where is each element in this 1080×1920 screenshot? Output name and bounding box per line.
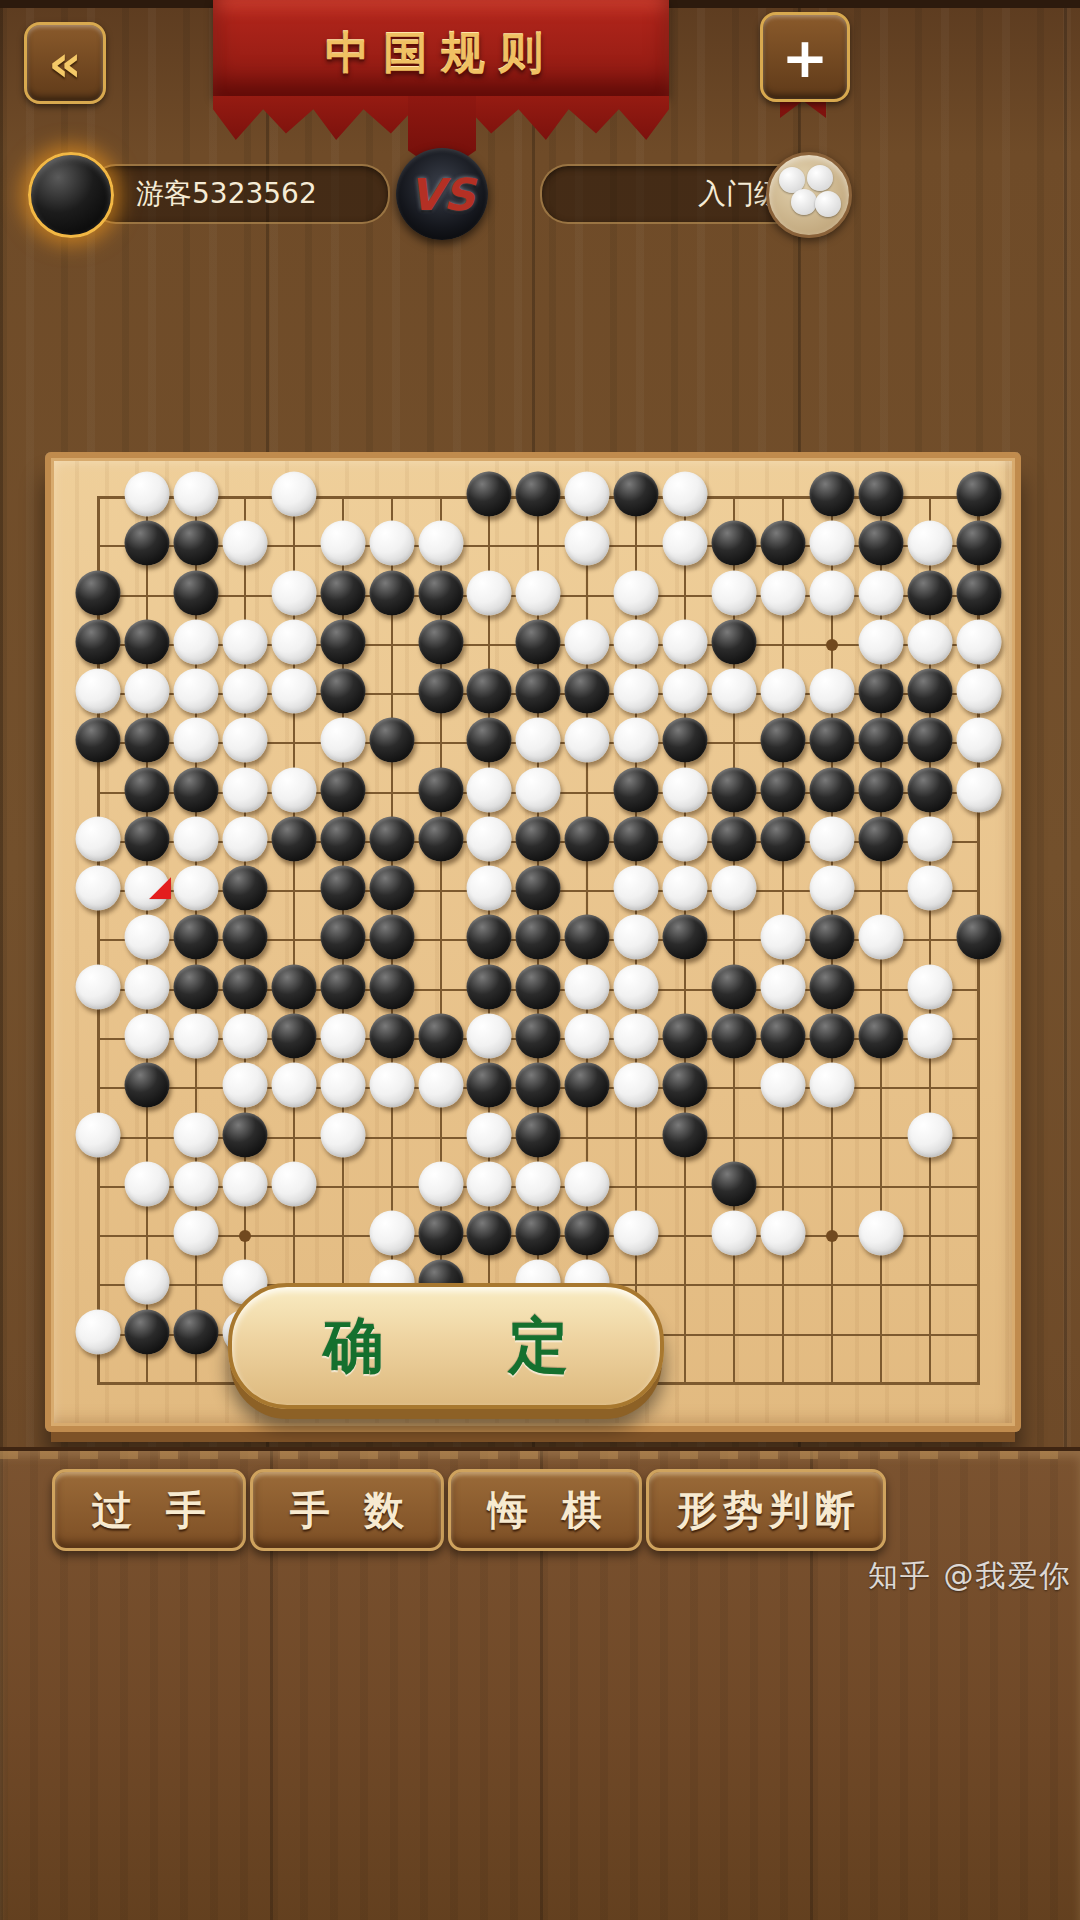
stone-black[interactable] [222, 1112, 267, 1157]
stone-white[interactable] [76, 964, 121, 1009]
stone-white[interactable] [565, 964, 610, 1009]
stone-white[interactable] [761, 915, 806, 960]
stone-black[interactable] [516, 1063, 561, 1108]
stone-white[interactable] [467, 767, 512, 812]
stone-black[interactable] [516, 619, 561, 664]
stone-white[interactable] [271, 472, 316, 517]
stone-black[interactable] [369, 816, 414, 861]
stone-white[interactable] [222, 619, 267, 664]
stone-black[interactable] [467, 1211, 512, 1256]
stone-black[interactable] [516, 1112, 561, 1157]
stone-black[interactable] [222, 915, 267, 960]
stone-white[interactable] [565, 521, 610, 566]
stone-black[interactable] [761, 1013, 806, 1058]
stone-white[interactable] [907, 1112, 952, 1157]
stone-white[interactable] [369, 1211, 414, 1256]
stone-black[interactable] [173, 767, 218, 812]
stone-white[interactable] [271, 669, 316, 714]
stone-black[interactable] [271, 964, 316, 1009]
white-pebble [807, 165, 833, 191]
stone-black[interactable] [565, 816, 610, 861]
stone-white[interactable] [712, 866, 757, 911]
stone-black[interactable] [907, 718, 952, 763]
stone-white[interactable] [614, 1013, 659, 1058]
plus-icon: + [782, 25, 829, 90]
stone-black[interactable] [712, 1013, 757, 1058]
stone-white[interactable] [516, 1161, 561, 1206]
stone-white[interactable] [956, 619, 1001, 664]
stone-black[interactable] [418, 619, 463, 664]
stone-black[interactable] [124, 767, 169, 812]
add-button[interactable]: + [760, 12, 850, 102]
stone-white[interactable] [809, 570, 854, 615]
stone-white[interactable] [858, 570, 903, 615]
stone-white[interactable] [614, 1211, 659, 1256]
stone-black[interactable] [858, 718, 903, 763]
stone-white[interactable] [271, 570, 316, 615]
stone-black[interactable] [614, 816, 659, 861]
stone-white[interactable] [809, 1063, 854, 1108]
stone-white[interactable] [222, 1161, 267, 1206]
stone-white[interactable] [271, 1161, 316, 1206]
vs-label: VS [409, 169, 475, 220]
stone-white[interactable] [614, 964, 659, 1009]
stone-black[interactable] [516, 964, 561, 1009]
stone-white[interactable] [222, 1063, 267, 1108]
stone-black[interactable] [809, 472, 854, 517]
stone-white[interactable] [565, 619, 610, 664]
stone-white[interactable] [271, 767, 316, 812]
stone-black[interactable] [222, 964, 267, 1009]
stone-black[interactable] [76, 619, 121, 664]
stone-white[interactable] [663, 669, 708, 714]
stone-white[interactable] [565, 718, 610, 763]
stone-black[interactable] [516, 915, 561, 960]
stone-white[interactable] [173, 669, 218, 714]
stone-black[interactable] [124, 1063, 169, 1108]
stone-white[interactable] [76, 1112, 121, 1157]
stone-black[interactable] [320, 767, 365, 812]
stone-black[interactable] [369, 866, 414, 911]
stone-black[interactable] [320, 669, 365, 714]
back-button[interactable]: « [24, 22, 106, 104]
stone-black[interactable] [712, 767, 757, 812]
position-judge-label: 形势判断 [671, 1483, 861, 1538]
undo-label: 悔棋 [454, 1483, 636, 1538]
stone-white[interactable] [809, 521, 854, 566]
stone-white[interactable] [369, 521, 414, 566]
stone-white[interactable] [809, 816, 854, 861]
star-point [239, 1230, 251, 1242]
stone-black[interactable] [124, 718, 169, 763]
stone-black[interactable] [173, 521, 218, 566]
stone-white[interactable] [858, 1211, 903, 1256]
stone-black[interactable] [320, 964, 365, 1009]
stone-black[interactable] [418, 669, 463, 714]
stone-white[interactable] [663, 619, 708, 664]
stone-black[interactable] [418, 767, 463, 812]
stone-black[interactable] [858, 1013, 903, 1058]
stone-black[interactable] [565, 1211, 610, 1256]
stone-white[interactable] [173, 472, 218, 517]
stone-white[interactable] [222, 767, 267, 812]
stone-black[interactable] [418, 570, 463, 615]
stone-black[interactable] [467, 718, 512, 763]
stone-black[interactable] [858, 472, 903, 517]
stone-white[interactable] [712, 570, 757, 615]
stone-white[interactable] [173, 1112, 218, 1157]
stone-black[interactable] [467, 669, 512, 714]
stone-white[interactable] [956, 718, 1001, 763]
stone-white[interactable] [907, 816, 952, 861]
stone-black[interactable] [467, 472, 512, 517]
stone-black[interactable] [124, 619, 169, 664]
stone-white[interactable] [173, 1211, 218, 1256]
stone-black[interactable] [516, 816, 561, 861]
stone-black[interactable] [565, 1063, 610, 1108]
stone-black[interactable] [320, 816, 365, 861]
stone-black[interactable] [173, 915, 218, 960]
stone-white[interactable] [418, 1063, 463, 1108]
stone-white[interactable] [565, 472, 610, 517]
stone-white[interactable] [809, 866, 854, 911]
stone-black[interactable] [663, 1112, 708, 1157]
stone-black[interactable] [761, 521, 806, 566]
stone-white[interactable] [614, 1063, 659, 1108]
stone-white[interactable] [565, 1161, 610, 1206]
stone-black[interactable] [858, 767, 903, 812]
stone-black[interactable] [173, 964, 218, 1009]
stone-white[interactable] [761, 669, 806, 714]
bottom-toolbar: 过手 手数 悔棋 形势判断 [0, 1447, 1080, 1920]
stone-black[interactable] [173, 1309, 218, 1354]
stone-black[interactable] [809, 1013, 854, 1058]
stone-white[interactable] [222, 718, 267, 763]
position-judge-button[interactable]: 形势判断 [646, 1469, 886, 1551]
stone-white[interactable] [907, 619, 952, 664]
stone-white[interactable] [663, 866, 708, 911]
stone-white[interactable] [712, 1211, 757, 1256]
stone-white[interactable] [320, 1063, 365, 1108]
stone-white[interactable] [467, 816, 512, 861]
stone-white[interactable] [614, 669, 659, 714]
stone-white[interactable] [712, 669, 757, 714]
stone-black[interactable] [712, 619, 757, 664]
stone-black[interactable] [809, 915, 854, 960]
stone-white[interactable] [614, 619, 659, 664]
stone-white[interactable] [173, 1161, 218, 1206]
stone-black[interactable] [565, 669, 610, 714]
confirm-label: 确 定 [272, 1306, 621, 1387]
stone-white[interactable] [222, 669, 267, 714]
stone-white[interactable] [663, 521, 708, 566]
stone-black[interactable] [663, 718, 708, 763]
stone-black[interactable] [418, 816, 463, 861]
stone-black[interactable] [907, 669, 952, 714]
stone-white[interactable] [663, 472, 708, 517]
stone-white[interactable] [271, 619, 316, 664]
stone-white[interactable] [809, 669, 854, 714]
stone-white[interactable] [516, 767, 561, 812]
stone-white[interactable] [858, 915, 903, 960]
stone-black[interactable] [712, 1161, 757, 1206]
stone-white[interactable] [124, 1161, 169, 1206]
stone-black[interactable] [712, 964, 757, 1009]
stone-white[interactable] [76, 669, 121, 714]
stone-white[interactable] [320, 1013, 365, 1058]
stone-black[interactable] [418, 1211, 463, 1256]
stone-white[interactable] [907, 1013, 952, 1058]
stone-white[interactable] [173, 718, 218, 763]
white-pebble [791, 189, 817, 215]
pass-button[interactable]: 过手 [52, 1469, 246, 1551]
stone-white[interactable] [173, 866, 218, 911]
stone-white[interactable] [467, 1013, 512, 1058]
stone-black[interactable] [565, 915, 610, 960]
stone-black[interactable] [418, 1013, 463, 1058]
stone-black[interactable] [516, 1211, 561, 1256]
stone-white[interactable] [907, 866, 952, 911]
stone-white[interactable] [222, 1013, 267, 1058]
stone-black[interactable] [467, 964, 512, 1009]
stone-white[interactable] [956, 669, 1001, 714]
stone-white[interactable] [956, 767, 1001, 812]
stone-white[interactable] [516, 718, 561, 763]
stone-black[interactable] [956, 570, 1001, 615]
stone-black[interactable] [663, 1013, 708, 1058]
stone-black[interactable] [956, 472, 1001, 517]
stone-white[interactable] [907, 521, 952, 566]
white-stone-bowl-avatar[interactable] [766, 152, 852, 238]
stone-white[interactable] [124, 964, 169, 1009]
stone-black[interactable] [222, 866, 267, 911]
stone-white[interactable] [907, 964, 952, 1009]
stone-black[interactable] [907, 570, 952, 615]
stone-white[interactable] [173, 816, 218, 861]
confirm-button[interactable]: 确 定 [228, 1283, 664, 1409]
black-stone-avatar[interactable] [28, 152, 114, 238]
stone-white[interactable] [173, 1013, 218, 1058]
move-count-label: 手数 [256, 1483, 438, 1538]
move-count-button[interactable]: 手数 [250, 1469, 444, 1551]
stone-black[interactable] [907, 767, 952, 812]
stone-black[interactable] [809, 767, 854, 812]
stone-white[interactable] [614, 570, 659, 615]
stone-black[interactable] [467, 915, 512, 960]
stone-black[interactable] [809, 964, 854, 1009]
stone-black[interactable] [516, 866, 561, 911]
stone-black[interactable] [516, 1013, 561, 1058]
stone-black[interactable] [76, 718, 121, 763]
stone-white[interactable] [76, 1309, 121, 1354]
stone-white[interactable] [320, 1112, 365, 1157]
stone-black[interactable] [76, 570, 121, 615]
stone-white[interactable] [124, 472, 169, 517]
stone-black[interactable] [712, 816, 757, 861]
stone-white[interactable] [173, 619, 218, 664]
stone-white[interactable] [124, 915, 169, 960]
stone-white[interactable] [858, 619, 903, 664]
stone-black[interactable] [467, 1063, 512, 1108]
stone-white[interactable] [124, 1260, 169, 1305]
stone-white[interactable] [761, 1211, 806, 1256]
stone-black[interactable] [516, 669, 561, 714]
stone-white[interactable] [76, 816, 121, 861]
stone-white[interactable] [320, 521, 365, 566]
stone-black[interactable] [663, 1063, 708, 1108]
black-player-pill: 游客5323562 [88, 164, 390, 224]
stone-white[interactable] [271, 1063, 316, 1108]
stone-black[interactable] [369, 718, 414, 763]
stone-white[interactable] [614, 866, 659, 911]
stone-white[interactable] [418, 521, 463, 566]
stone-black[interactable] [614, 472, 659, 517]
white-pebble [815, 191, 841, 217]
stone-black[interactable] [320, 915, 365, 960]
stone-black[interactable] [809, 718, 854, 763]
title-banner-ribbon: 中国规则 [213, 0, 669, 96]
stone-black[interactable] [124, 816, 169, 861]
stone-black[interactable] [761, 816, 806, 861]
stone-white[interactable] [467, 570, 512, 615]
stone-black[interactable] [712, 521, 757, 566]
stone-black[interactable] [614, 767, 659, 812]
stone-black[interactable] [956, 521, 1001, 566]
stone-white[interactable] [565, 1013, 610, 1058]
stone-black[interactable] [271, 816, 316, 861]
vs-badge: VS [396, 148, 488, 240]
stone-black[interactable] [516, 472, 561, 517]
star-point [826, 639, 838, 651]
stone-white[interactable] [467, 1161, 512, 1206]
stone-black[interactable] [858, 669, 903, 714]
stone-white[interactable] [663, 816, 708, 861]
stone-white[interactable] [761, 570, 806, 615]
stone-white[interactable] [516, 570, 561, 615]
stone-white[interactable] [369, 1063, 414, 1108]
stone-black[interactable] [369, 915, 414, 960]
stone-white[interactable] [614, 718, 659, 763]
stone-black[interactable] [124, 521, 169, 566]
stone-black[interactable] [858, 816, 903, 861]
stone-white[interactable] [222, 521, 267, 566]
stone-white[interactable] [467, 1112, 512, 1157]
stone-white[interactable] [76, 866, 121, 911]
stone-white[interactable] [761, 1063, 806, 1108]
star-point [826, 1230, 838, 1242]
stone-white[interactable] [614, 915, 659, 960]
stone-white[interactable] [418, 1161, 463, 1206]
stone-black[interactable] [858, 521, 903, 566]
stone-black[interactable] [124, 1309, 169, 1354]
stone-white[interactable] [761, 964, 806, 1009]
stone-black[interactable] [761, 767, 806, 812]
stone-white[interactable] [467, 866, 512, 911]
undo-button[interactable]: 悔棋 [448, 1469, 642, 1551]
stone-black[interactable] [663, 915, 708, 960]
stone-black[interactable] [320, 619, 365, 664]
stone-black[interactable] [369, 570, 414, 615]
stone-black[interactable] [320, 866, 365, 911]
stone-black[interactable] [173, 570, 218, 615]
stone-black[interactable] [369, 964, 414, 1009]
stone-black[interactable] [271, 1013, 316, 1058]
stone-white[interactable] [124, 1013, 169, 1058]
stone-black[interactable] [369, 1013, 414, 1058]
watermark: 知乎 @我爱你 [868, 1556, 1072, 1597]
stone-black[interactable] [320, 570, 365, 615]
page-title: 中国规则 [213, 24, 669, 83]
stone-white[interactable] [663, 767, 708, 812]
stone-white[interactable] [222, 816, 267, 861]
stone-white[interactable] [320, 718, 365, 763]
black-player-name: 游客5323562 [136, 175, 317, 213]
back-icon: « [48, 33, 82, 93]
stone-black[interactable] [761, 718, 806, 763]
pass-label: 过手 [58, 1483, 240, 1538]
stone-white[interactable] [124, 669, 169, 714]
stone-black[interactable] [956, 915, 1001, 960]
